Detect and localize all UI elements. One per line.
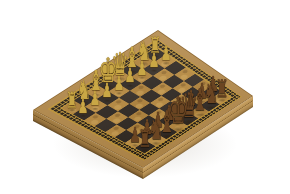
pieces-layer: ♜♟♟♜♞♟♟♞♝♟♟♝♛♟♟♛♚♟♟♚♝♟♟♝♞♟♟♞♜♟♟♜ (0, 0, 290, 194)
piece-wP: ♟ (113, 74, 124, 94)
piece-wP: ♟ (125, 66, 136, 86)
piece-wR: ♜ (66, 88, 78, 110)
piece-wP: ♟ (160, 43, 171, 63)
piece-wP: ♟ (137, 59, 148, 79)
piece-bR: ♜ (138, 127, 151, 151)
piece-wP: ♟ (101, 81, 112, 101)
piece-wP: ♟ (89, 89, 100, 109)
piece-wP: ♟ (148, 51, 159, 71)
chess-set-photo: ♜♟♟♜♞♟♟♞♝♟♟♝♛♟♟♛♚♟♟♚♝♟♟♝♞♟♟♞♜♟♟♜ (0, 0, 290, 194)
piece-wP: ♟ (78, 97, 89, 117)
